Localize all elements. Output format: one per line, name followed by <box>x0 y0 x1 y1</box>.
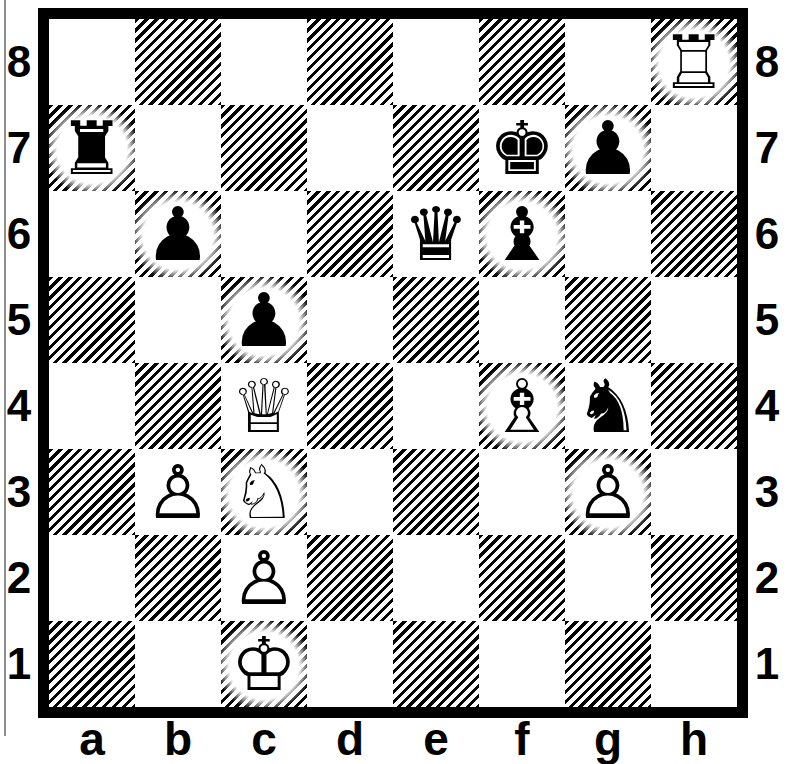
square-f6: ♝ <box>479 191 565 277</box>
square-b6: ♟ <box>135 191 221 277</box>
square-h7 <box>651 105 737 191</box>
square-h1 <box>651 621 737 707</box>
rank-label-2-left: 2 <box>3 535 35 621</box>
square-f7: ♚ <box>479 105 565 191</box>
piece-white-king-c1: ♔ <box>221 621 307 707</box>
file-label-d: d <box>307 716 393 764</box>
rank-label-7-right: 7 <box>751 105 783 191</box>
square-c7 <box>221 105 307 191</box>
square-g3: ♙ <box>565 449 651 535</box>
chess-board: ♖♜♚♟♟♛♝♟♕♗♞♙♘♙♙♔ <box>38 8 748 718</box>
square-a8 <box>49 19 135 105</box>
piece-black-queen-e6: ♛ <box>393 191 479 277</box>
square-d3 <box>307 449 393 535</box>
square-d5 <box>307 277 393 363</box>
square-h4 <box>651 363 737 449</box>
square-e7 <box>393 105 479 191</box>
piece-black-pawn-b6: ♟ <box>135 191 221 277</box>
square-d6 <box>307 191 393 277</box>
square-b3: ♙ <box>135 449 221 535</box>
square-g1 <box>565 621 651 707</box>
square-e2 <box>393 535 479 621</box>
square-a2 <box>49 535 135 621</box>
square-g5 <box>565 277 651 363</box>
piece-black-pawn-c5: ♟ <box>221 277 307 363</box>
piece-white-knight-c3: ♘ <box>221 449 307 535</box>
rank-label-6-left: 6 <box>3 191 35 277</box>
square-d2 <box>307 535 393 621</box>
file-label-c: c <box>221 716 307 764</box>
square-b8 <box>135 19 221 105</box>
file-label-g: g <box>565 716 651 764</box>
square-g7: ♟ <box>565 105 651 191</box>
rank-label-3-right: 3 <box>751 449 783 535</box>
rank-label-5-right: 5 <box>751 277 783 363</box>
rank-label-7-left: 7 <box>3 105 35 191</box>
rank-label-1-left: 1 <box>3 621 35 707</box>
square-f5 <box>479 277 565 363</box>
square-d8 <box>307 19 393 105</box>
square-a7: ♜ <box>49 105 135 191</box>
file-label-h: h <box>651 716 737 764</box>
square-h3 <box>651 449 737 535</box>
rank-label-6-right: 6 <box>751 191 783 277</box>
piece-black-king-f7: ♚ <box>479 105 565 191</box>
rank-label-2-right: 2 <box>751 535 783 621</box>
square-b7 <box>135 105 221 191</box>
piece-black-rook-a7: ♜ <box>49 105 135 191</box>
square-c1: ♔ <box>221 621 307 707</box>
square-e8 <box>393 19 479 105</box>
square-a4 <box>49 363 135 449</box>
square-e5 <box>393 277 479 363</box>
piece-white-rook-h8: ♖ <box>651 19 737 105</box>
rank-label-4-left: 4 <box>3 363 35 449</box>
piece-white-bishop-f4: ♗ <box>479 363 565 449</box>
rank-label-1-right: 1 <box>751 621 783 707</box>
file-label-e: e <box>393 716 479 764</box>
square-e3 <box>393 449 479 535</box>
rank-label-4-right: 4 <box>751 363 783 449</box>
file-label-f: f <box>479 716 565 764</box>
square-c4: ♕ <box>221 363 307 449</box>
square-h6 <box>651 191 737 277</box>
square-b4 <box>135 363 221 449</box>
piece-black-pawn-g7: ♟ <box>565 105 651 191</box>
square-c8 <box>221 19 307 105</box>
square-a3 <box>49 449 135 535</box>
square-f3 <box>479 449 565 535</box>
square-f8 <box>479 19 565 105</box>
file-label-a: a <box>49 716 135 764</box>
scanned-chess-diagram-page: 87654321 ♖♜♚♟♟♛♝♟♕♗♞♙♘♙♙♔ 87654321 abcde… <box>0 0 787 764</box>
square-g8 <box>565 19 651 105</box>
piece-black-bishop-f6: ♝ <box>479 191 565 277</box>
square-b5 <box>135 277 221 363</box>
square-d7 <box>307 105 393 191</box>
square-c6 <box>221 191 307 277</box>
rank-label-5-left: 5 <box>3 277 35 363</box>
square-f1 <box>479 621 565 707</box>
piece-white-pawn-c2: ♙ <box>221 535 307 621</box>
square-d1 <box>307 621 393 707</box>
rank-label-8-right: 8 <box>751 19 783 105</box>
square-f2 <box>479 535 565 621</box>
square-a6 <box>49 191 135 277</box>
square-h5 <box>651 277 737 363</box>
square-a5 <box>49 277 135 363</box>
rank-label-3-left: 3 <box>3 449 35 535</box>
square-g2 <box>565 535 651 621</box>
piece-black-knight-g4: ♞ <box>565 363 651 449</box>
square-h2 <box>651 535 737 621</box>
square-e6: ♛ <box>393 191 479 277</box>
square-g6 <box>565 191 651 277</box>
square-c3: ♘ <box>221 449 307 535</box>
square-g4: ♞ <box>565 363 651 449</box>
square-e4 <box>393 363 479 449</box>
square-a1 <box>49 621 135 707</box>
square-h8: ♖ <box>651 19 737 105</box>
square-e1 <box>393 621 479 707</box>
square-d4 <box>307 363 393 449</box>
square-b2 <box>135 535 221 621</box>
file-labels: abcdefgh <box>49 716 737 764</box>
square-c5: ♟ <box>221 277 307 363</box>
piece-white-queen-c4: ♕ <box>221 363 307 449</box>
piece-white-pawn-g3: ♙ <box>565 449 651 535</box>
rank-label-8-left: 8 <box>3 19 35 105</box>
square-b1 <box>135 621 221 707</box>
file-label-b: b <box>135 716 221 764</box>
square-c2: ♙ <box>221 535 307 621</box>
piece-white-pawn-b3: ♙ <box>135 449 221 535</box>
square-f4: ♗ <box>479 363 565 449</box>
